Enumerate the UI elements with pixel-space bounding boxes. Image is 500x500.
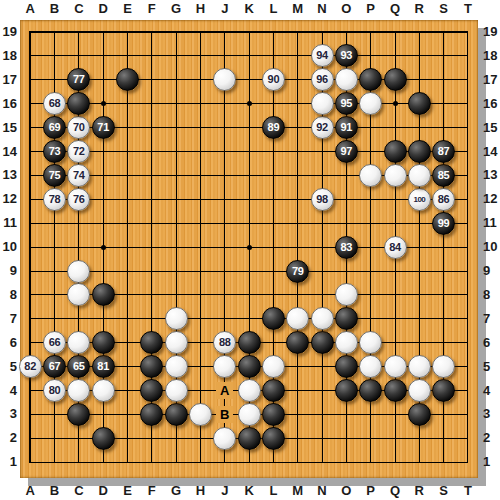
coord-label-left-11: 11 [0,215,17,231]
move-number: 74 [73,170,85,181]
stone-white-N18[interactable]: 94 [311,44,334,67]
coord-label-bottom-Q: Q [386,483,404,499]
coord-label-top-Q: Q [386,1,404,17]
coord-label-left-10: 10 [0,239,17,255]
move-number: 96 [316,74,328,85]
coord-label-right-19: 19 [483,24,500,40]
stone-black-L4[interactable] [262,379,285,402]
stone-white-G7[interactable] [165,307,188,330]
move-number: 80 [49,385,61,396]
stone-black-N6[interactable] [311,331,334,354]
star-point-K10 [247,245,252,250]
coord-label-top-C: C [70,1,88,17]
stone-black-B14[interactable]: 73 [43,140,66,163]
move-number: 99 [438,218,450,229]
coord-label-top-J: J [216,1,234,17]
move-number: 72 [73,146,85,157]
move-number: 100 [414,194,426,205]
stone-white-D4[interactable] [92,379,115,402]
coord-label-right-11: 11 [483,215,500,231]
move-number: 93 [341,50,353,61]
coord-label-top-H: H [191,1,209,17]
coord-label-right-13: 13 [483,167,500,183]
coord-label-left-9: 9 [0,263,17,279]
coord-label-left-18: 18 [0,48,17,64]
coord-label-right-2: 2 [483,430,500,446]
stone-black-L3[interactable] [262,403,285,426]
coord-label-left-16: 16 [0,96,17,112]
coord-label-bottom-G: G [167,483,185,499]
move-number: 84 [389,242,401,253]
coord-label-left-15: 15 [0,120,17,136]
coord-label-top-M: M [289,1,307,17]
move-number: 66 [49,337,61,348]
coord-label-bottom-F: F [143,483,161,499]
coord-label-bottom-E: E [118,483,136,499]
coord-label-top-K: K [240,1,258,17]
stone-black-R3[interactable] [408,403,431,426]
stone-black-O4[interactable] [335,379,358,402]
coord-label-top-N: N [313,1,331,17]
coord-label-bottom-R: R [410,483,428,499]
coord-label-right-4: 4 [483,383,500,399]
move-number: 82 [24,361,36,372]
coord-label-left-2: 2 [0,430,17,446]
coord-label-top-F: F [143,1,161,17]
stone-white-Q10[interactable]: 84 [384,236,407,259]
stone-white-N17[interactable]: 96 [311,68,334,91]
move-number: 88 [219,337,231,348]
coord-label-top-A: A [21,1,39,17]
stone-black-O10[interactable]: 83 [335,236,358,259]
stone-white-N12[interactable]: 98 [311,188,334,211]
stone-black-R14[interactable] [408,140,431,163]
coord-label-bottom-B: B [46,483,64,499]
coord-label-left-19: 19 [0,24,17,40]
move-number: 83 [341,242,353,253]
stone-black-O16[interactable]: 95 [335,92,358,115]
coord-label-bottom-K: K [240,483,258,499]
variation-marker-A[interactable]: A [216,382,233,399]
coord-label-left-4: 4 [0,383,17,399]
stone-black-Q4[interactable] [384,379,407,402]
stone-black-K5[interactable] [238,355,261,378]
move-number: 86 [438,194,450,205]
stone-black-O15[interactable]: 91 [335,116,358,139]
coord-label-top-P: P [362,1,380,17]
move-number: 98 [316,194,328,205]
coord-label-bottom-P: P [362,483,380,499]
coord-label-left-17: 17 [0,72,17,88]
coord-label-right-8: 8 [483,287,500,303]
coord-label-right-3: 3 [483,406,500,422]
coord-label-left-13: 13 [0,167,17,183]
stone-black-O14[interactable]: 97 [335,140,358,163]
coord-label-top-B: B [46,1,64,17]
move-number: 85 [438,170,450,181]
coord-label-top-D: D [94,1,112,17]
move-number: 91 [341,122,353,133]
coord-label-left-6: 6 [0,335,17,351]
stone-black-B15[interactable]: 69 [43,116,66,139]
stone-white-N16[interactable] [311,92,334,115]
stone-black-D8[interactable] [92,283,115,306]
stone-white-J2[interactable] [213,427,236,450]
stone-white-G6[interactable] [165,331,188,354]
stone-white-K4[interactable] [238,379,261,402]
stone-white-Q5[interactable] [384,355,407,378]
star-point-Q16 [393,101,398,106]
stone-white-N15[interactable]: 92 [311,116,334,139]
coord-label-right-12: 12 [483,191,500,207]
move-number: 76 [73,194,85,205]
coord-label-top-L: L [264,1,282,17]
stone-white-R13[interactable] [408,164,431,187]
coord-label-right-16: 16 [483,96,500,112]
coord-label-left-7: 7 [0,311,17,327]
coord-label-bottom-S: S [435,483,453,499]
move-number: 75 [49,170,61,181]
star-point-D16 [101,101,106,106]
stone-black-D2[interactable] [92,427,115,450]
move-number: 89 [268,122,280,133]
coord-label-bottom-T: T [459,483,477,499]
coord-label-left-3: 3 [0,406,17,422]
move-number: 90 [268,74,280,85]
coord-label-bottom-J: J [216,483,234,499]
coord-label-right-14: 14 [483,144,500,160]
star-point-K16 [247,101,252,106]
coord-label-left-8: 8 [0,287,17,303]
move-number: 78 [49,194,61,205]
coord-label-top-T: T [459,1,477,17]
stone-white-A5[interactable]: 82 [19,355,42,378]
coord-label-bottom-O: O [337,483,355,499]
stone-white-H3[interactable] [189,403,212,426]
move-number: 73 [49,146,61,157]
stone-white-O17[interactable] [335,68,358,91]
stone-black-O5[interactable] [335,355,358,378]
stone-black-M9[interactable]: 79 [286,260,309,283]
stone-black-R16[interactable] [408,92,431,115]
stone-black-S14[interactable]: 87 [432,140,455,163]
coord-label-bottom-L: L [264,483,282,499]
stone-white-K3[interactable] [238,403,261,426]
move-number: 65 [73,361,85,372]
coord-label-top-E: E [118,1,136,17]
stone-black-D15[interactable]: 71 [92,116,115,139]
coord-label-bottom-A: A [21,483,39,499]
move-number: 71 [97,122,109,133]
stone-black-Q14[interactable] [384,140,407,163]
coord-label-top-R: R [410,1,428,17]
stone-white-R4[interactable] [408,379,431,402]
star-point-D10 [101,245,106,250]
move-number: 67 [49,361,61,372]
stone-black-K6[interactable] [238,331,261,354]
coord-label-left-5: 5 [0,359,17,375]
stone-white-R5[interactable] [408,355,431,378]
coord-label-right-10: 10 [483,239,500,255]
coord-label-bottom-H: H [191,483,209,499]
coord-label-right-6: 6 [483,335,500,351]
stone-black-K2[interactable] [238,427,261,450]
stone-white-B4[interactable]: 80 [43,379,66,402]
stone-black-S4[interactable] [432,379,455,402]
variation-marker-B[interactable]: B [216,406,233,423]
coord-label-left-1: 1 [0,454,17,470]
stone-black-L2[interactable] [262,427,285,450]
move-number: 79 [292,266,304,277]
coord-label-left-14: 14 [0,144,17,160]
stone-black-D6[interactable] [92,331,115,354]
move-number: 92 [316,122,328,133]
coord-label-right-9: 9 [483,263,500,279]
move-number: 77 [73,74,85,85]
stone-black-Q17[interactable] [384,68,407,91]
stone-black-B13[interactable]: 75 [43,164,66,187]
coord-label-right-17: 17 [483,72,500,88]
coord-label-top-O: O [337,1,355,17]
coord-label-top-S: S [435,1,453,17]
stone-white-Q13[interactable] [384,164,407,187]
stone-white-N7[interactable] [311,307,334,330]
stone-white-S12[interactable]: 86 [432,188,455,211]
coord-label-right-18: 18 [483,48,500,64]
coord-label-right-5: 5 [483,359,500,375]
stone-white-C12[interactable]: 76 [67,188,90,211]
move-number: 70 [73,122,85,133]
stone-black-S13[interactable]: 85 [432,164,455,187]
move-number: 81 [97,361,109,372]
coord-label-top-G: G [167,1,185,17]
move-number: 94 [316,50,328,61]
move-number: 68 [49,98,61,109]
coord-label-bottom-C: C [70,483,88,499]
move-number: 95 [341,98,353,109]
stone-white-R12[interactable]: 100 [408,188,431,211]
stone-black-G3[interactable] [165,403,188,426]
stone-black-L15[interactable]: 89 [262,116,285,139]
coord-label-left-12: 12 [0,191,17,207]
go-diagram: AABBCCDDEEFFGGHHJJKKLLMMNNOOPPQQRRSSTT19… [0,0,500,500]
stone-white-O6[interactable] [335,331,358,354]
coord-label-right-1: 1 [483,454,500,470]
stone-black-S11[interactable]: 99 [432,212,455,235]
stone-white-P13[interactable] [359,164,382,187]
move-number: 97 [341,146,353,157]
stone-white-L5[interactable] [262,355,285,378]
coord-label-bottom-N: N [313,483,331,499]
stone-black-B5[interactable]: 67 [43,355,66,378]
coord-label-bottom-M: M [289,483,307,499]
move-number: 69 [49,122,61,133]
move-number: 87 [438,146,450,157]
stone-white-B12[interactable]: 78 [43,188,66,211]
coord-label-bottom-D: D [94,483,112,499]
coord-label-right-15: 15 [483,120,500,136]
stone-black-O7[interactable] [335,307,358,330]
stone-white-G4[interactable] [165,379,188,402]
stone-black-D5[interactable]: 81 [92,355,115,378]
stone-white-G5[interactable] [165,355,188,378]
stone-white-C9[interactable] [67,260,90,283]
coord-label-right-7: 7 [483,311,500,327]
